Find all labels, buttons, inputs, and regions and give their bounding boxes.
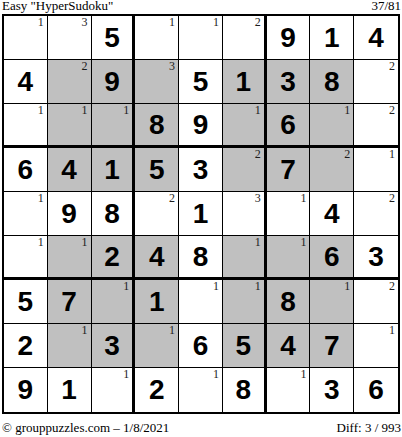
empty-cells-counter: 37/81 xyxy=(371,0,401,13)
cell-r6c3[interactable]: 2 xyxy=(92,236,136,280)
cell-r1c6[interactable]: 2 xyxy=(223,16,267,60)
cell-r2c6[interactable]: 1 xyxy=(223,60,267,104)
difficulty-text: Diff: 3 / 993 xyxy=(337,421,401,435)
pencil-mark: 1 xyxy=(213,16,219,29)
cell-r3c9[interactable]: 2 xyxy=(354,104,398,148)
copyright-text: © grouppuzzles.com – 1/8/2021 xyxy=(2,421,169,435)
given-digit: 1 xyxy=(48,368,91,412)
given-digit: 5 xyxy=(223,324,264,367)
cell-r7c4[interactable]: 1 xyxy=(135,280,179,324)
given-digit: 4 xyxy=(267,324,310,367)
cell-r3c5[interactable]: 9 xyxy=(179,104,223,148)
pencil-mark: 1 xyxy=(38,192,44,205)
cell-r4c1[interactable]: 6 xyxy=(4,148,48,192)
pencil-mark: 1 xyxy=(82,104,88,117)
cell-r2c9[interactable]: 2 xyxy=(354,60,398,104)
given-digit: 7 xyxy=(267,148,310,191)
given-digit: 6 xyxy=(267,104,310,145)
cell-r2c5[interactable]: 5 xyxy=(179,60,223,104)
pencil-mark: 1 xyxy=(344,280,350,293)
given-digit: 8 xyxy=(310,60,353,103)
given-digit: 1 xyxy=(92,148,133,191)
cell-r5c2[interactable]: 9 xyxy=(48,192,92,236)
cell-r2c2[interactable]: 2 xyxy=(48,60,92,104)
given-digit: 9 xyxy=(4,368,47,412)
cell-r1c8[interactable]: 1 xyxy=(310,16,354,60)
cell-r1c9[interactable]: 4 xyxy=(354,16,398,60)
given-digit: 9 xyxy=(179,104,222,145)
cell-r6c9[interactable]: 3 xyxy=(354,236,398,280)
pencil-mark: 2 xyxy=(389,104,395,117)
cell-r4c2[interactable]: 4 xyxy=(48,148,92,192)
cell-r1c7[interactable]: 9 xyxy=(267,16,311,60)
given-digit: 4 xyxy=(310,192,353,235)
cell-r5c9[interactable]: 2 xyxy=(354,192,398,236)
pencil-mark: 1 xyxy=(389,148,395,161)
given-digit: 1 xyxy=(223,60,264,103)
cell-r4c8[interactable]: 2 xyxy=(310,148,354,192)
cell-r9c2[interactable]: 1 xyxy=(48,368,92,412)
given-digit: 5 xyxy=(135,148,178,191)
given-digit: 8 xyxy=(92,192,133,235)
cell-r2c3[interactable]: 9 xyxy=(92,60,136,104)
pencil-mark: 2 xyxy=(255,16,261,29)
given-digit: 5 xyxy=(92,16,133,59)
given-digit: 4 xyxy=(48,148,91,191)
pencil-mark: 1 xyxy=(123,104,129,117)
pencil-mark: 2 xyxy=(82,60,88,73)
pencil-mark: 1 xyxy=(123,368,129,381)
cell-r1c1[interactable]: 1 xyxy=(4,16,48,60)
given-digit: 6 xyxy=(4,148,47,191)
given-digit: 4 xyxy=(354,16,398,59)
pencil-mark: 2 xyxy=(389,192,395,205)
cell-r5c4[interactable]: 2 xyxy=(135,192,179,236)
cell-r8c2[interactable]: 1 xyxy=(48,324,92,368)
cell-r5c7[interactable]: 1 xyxy=(267,192,311,236)
cell-r7c7[interactable]: 8 xyxy=(267,280,311,324)
pencil-mark: 1 xyxy=(300,192,306,205)
cell-r8c6[interactable]: 5 xyxy=(223,324,267,368)
given-digit: 7 xyxy=(48,280,91,323)
cell-r7c5[interactable]: 1 xyxy=(179,280,223,324)
cell-r7c3[interactable]: 1 xyxy=(92,280,136,324)
hypersudoku-board: 1351129144293513821118916126415327211982… xyxy=(2,14,400,414)
cell-r9c6[interactable]: 8 xyxy=(223,368,267,412)
given-digit: 8 xyxy=(267,280,310,323)
cell-r3c1[interactable]: 1 xyxy=(4,104,48,148)
cell-r8c3[interactable]: 3 xyxy=(92,324,136,368)
cell-r5c8[interactable]: 4 xyxy=(310,192,354,236)
pencil-mark: 1 xyxy=(123,280,129,293)
cell-r8c1[interactable]: 2 xyxy=(4,324,48,368)
pencil-mark: 1 xyxy=(213,280,219,293)
cell-r2c7[interactable]: 3 xyxy=(267,60,311,104)
given-digit: 8 xyxy=(135,104,178,145)
given-digit: 9 xyxy=(48,192,91,235)
cell-r9c4[interactable]: 2 xyxy=(135,368,179,412)
pencil-mark: 1 xyxy=(38,104,44,117)
cell-r5c5[interactable]: 1 xyxy=(179,192,223,236)
cell-r7c8[interactable]: 1 xyxy=(310,280,354,324)
given-digit: 2 xyxy=(92,236,133,277)
cell-r6c2[interactable]: 1 xyxy=(48,236,92,280)
pencil-mark: 1 xyxy=(300,368,306,381)
pencil-mark: 3 xyxy=(82,16,88,29)
given-digit: 5 xyxy=(179,60,222,103)
given-digit: 5 xyxy=(4,280,47,323)
given-digit: 3 xyxy=(354,236,398,277)
given-digit: 4 xyxy=(135,236,178,277)
cell-r3c4[interactable]: 8 xyxy=(135,104,179,148)
pencil-mark: 1 xyxy=(82,236,88,249)
cell-r7c6[interactable]: 1 xyxy=(223,280,267,324)
cell-r4c4[interactable]: 5 xyxy=(135,148,179,192)
cell-r9c1[interactable]: 9 xyxy=(4,368,48,412)
cell-r8c9[interactable]: 1 xyxy=(354,324,398,368)
cell-r3c3[interactable]: 1 xyxy=(92,104,136,148)
given-digit: 9 xyxy=(92,60,133,103)
cell-r2c8[interactable]: 8 xyxy=(310,60,354,104)
cell-r6c8[interactable]: 6 xyxy=(310,236,354,280)
given-digit: 7 xyxy=(310,324,353,367)
cell-r1c4[interactable]: 1 xyxy=(135,16,179,60)
cell-r1c2[interactable]: 3 xyxy=(48,16,92,60)
pencil-mark: 2 xyxy=(389,280,395,293)
cell-r8c7[interactable]: 4 xyxy=(267,324,311,368)
given-digit: 1 xyxy=(179,192,222,235)
cell-r6c4[interactable]: 4 xyxy=(135,236,179,280)
page-footer: © grouppuzzles.com – 1/8/2021 Diff: 3 / … xyxy=(2,421,401,435)
given-digit: 6 xyxy=(310,236,353,277)
cell-r3c6[interactable]: 1 xyxy=(223,104,267,148)
cell-r5c3[interactable]: 8 xyxy=(92,192,136,236)
cell-r6c7[interactable]: 1 xyxy=(267,236,311,280)
pencil-mark: 3 xyxy=(169,60,175,73)
given-digit: 1 xyxy=(310,16,353,59)
cell-r3c7[interactable]: 6 xyxy=(267,104,311,148)
cell-r6c6[interactable]: 1 xyxy=(223,236,267,280)
cell-r9c5[interactable]: 1 xyxy=(179,368,223,412)
pencil-mark: 1 xyxy=(389,324,395,337)
given-digit: 4 xyxy=(4,60,47,103)
pencil-mark: 1 xyxy=(38,236,44,249)
page-header: Easy "HyperSudoku" 37/81 xyxy=(2,0,401,13)
cell-r4c7[interactable]: 7 xyxy=(267,148,311,192)
cell-r5c6[interactable]: 3 xyxy=(223,192,267,236)
cell-r4c3[interactable]: 1 xyxy=(92,148,136,192)
given-digit: 3 xyxy=(179,148,222,191)
pencil-mark: 1 xyxy=(38,16,44,29)
pencil-mark: 2 xyxy=(169,192,175,205)
cell-r3c2[interactable]: 1 xyxy=(48,104,92,148)
given-digit: 2 xyxy=(135,368,178,412)
cell-r3c8[interactable]: 1 xyxy=(310,104,354,148)
cell-r2c1[interactable]: 4 xyxy=(4,60,48,104)
cell-r6c1[interactable]: 1 xyxy=(4,236,48,280)
cell-r5c1[interactable]: 1 xyxy=(4,192,48,236)
pencil-mark: 1 xyxy=(344,104,350,117)
given-digit: 9 xyxy=(267,16,310,59)
cell-r9c3[interactable]: 1 xyxy=(92,368,136,412)
pencil-mark: 2 xyxy=(255,148,261,161)
pencil-mark: 2 xyxy=(389,60,395,73)
cell-r2c4[interactable]: 3 xyxy=(135,60,179,104)
cell-r9c9[interactable]: 6 xyxy=(354,368,398,412)
cell-r4c5[interactable]: 3 xyxy=(179,148,223,192)
pencil-mark: 1 xyxy=(300,236,306,249)
puzzle-page: Easy "HyperSudoku" 37/81 135112914429351… xyxy=(0,0,402,437)
page-title: Easy "HyperSudoku" xyxy=(2,0,113,13)
cell-r1c5[interactable]: 1 xyxy=(179,16,223,60)
cell-r9c8[interactable]: 3 xyxy=(310,368,354,412)
pencil-mark: 3 xyxy=(255,192,261,205)
pencil-mark: 1 xyxy=(169,324,175,337)
pencil-mark: 1 xyxy=(255,236,261,249)
cell-r8c4[interactable]: 1 xyxy=(135,324,179,368)
given-digit: 3 xyxy=(92,324,133,367)
given-digit: 6 xyxy=(354,368,398,412)
cell-r6c5[interactable]: 8 xyxy=(179,236,223,280)
given-digit: 1 xyxy=(135,280,178,323)
given-digit: 2 xyxy=(4,324,47,367)
pencil-mark: 1 xyxy=(255,104,261,117)
given-digit: 6 xyxy=(179,324,222,367)
cell-r8c5[interactable]: 6 xyxy=(179,324,223,368)
given-digit: 8 xyxy=(223,368,264,412)
pencil-mark: 2 xyxy=(344,148,350,161)
pencil-mark: 1 xyxy=(82,324,88,337)
given-digit: 3 xyxy=(310,368,353,412)
cell-r7c9[interactable]: 2 xyxy=(354,280,398,324)
cell-r4c6[interactable]: 2 xyxy=(223,148,267,192)
given-digit: 3 xyxy=(267,60,310,103)
pencil-mark: 1 xyxy=(255,280,261,293)
cell-r7c1[interactable]: 5 xyxy=(4,280,48,324)
cell-r7c2[interactable]: 7 xyxy=(48,280,92,324)
cell-r8c8[interactable]: 7 xyxy=(310,324,354,368)
given-digit: 8 xyxy=(179,236,222,277)
cell-r1c3[interactable]: 5 xyxy=(92,16,136,60)
pencil-mark: 1 xyxy=(213,368,219,381)
cell-r4c9[interactable]: 1 xyxy=(354,148,398,192)
cell-r9c7[interactable]: 1 xyxy=(267,368,311,412)
pencil-mark: 1 xyxy=(169,16,175,29)
